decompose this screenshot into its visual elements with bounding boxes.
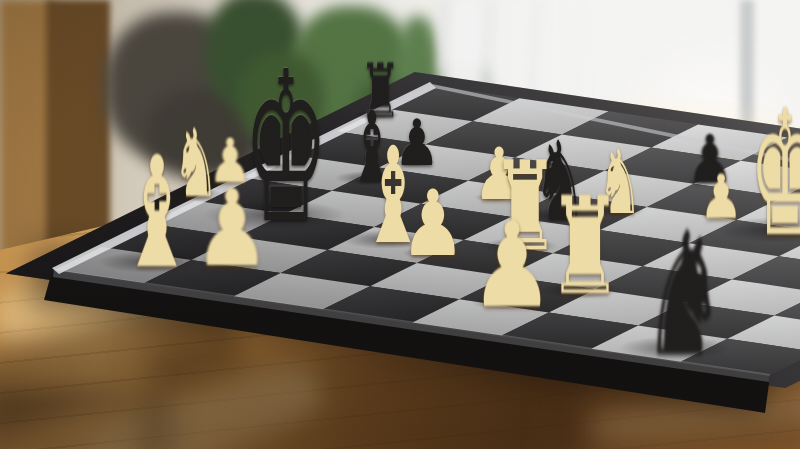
photo-scene: ♝♟♝♟♟♜♟♜♞♟♚♚♝♜♟♞♟♞♞♟ <box>0 0 800 449</box>
shadow-patch <box>0 388 170 449</box>
